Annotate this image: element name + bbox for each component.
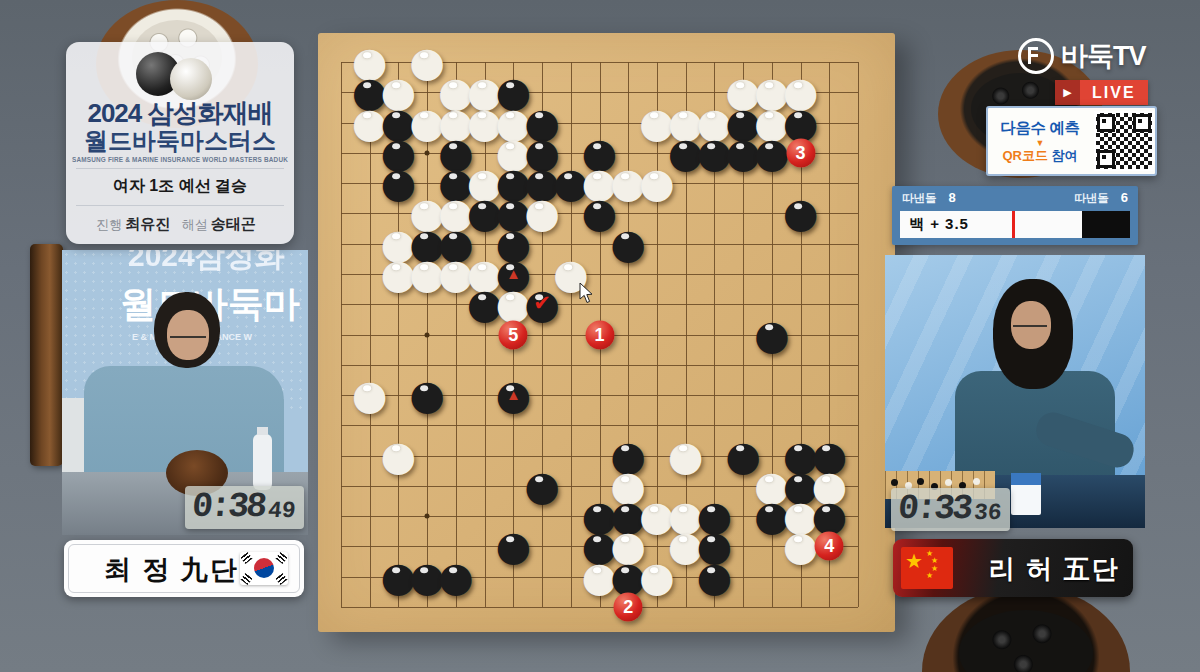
go-board: ●●●●●●●●●●●●●●●●●●●●●●●●●●●●●●●●●●●●●●●●… <box>318 33 895 632</box>
taegeuk-icon <box>254 558 274 578</box>
tournament-title-line1: 2024 삼성화재배 <box>66 100 294 127</box>
captures-right-group: 따낸돌6 <box>1074 190 1128 206</box>
round-title: 여자 1조 예선 결승 <box>66 174 294 200</box>
commentator-name: 송태곤 <box>211 215 256 232</box>
broadcast-screen: ●●●●●●●●●●●●●●●●●●●●●●●●●●●●●●●●●●●●●●●●… <box>0 0 1200 672</box>
banner-line1: 2024삼성화 <box>128 250 285 277</box>
score-midline <box>1012 211 1015 238</box>
black-stone: ● <box>783 194 819 235</box>
left-player-clock: 0:38 49 <box>185 486 304 529</box>
down-arrow-icon: ▼ <box>988 139 1092 147</box>
left-player-nameplate: 최 정 九단 <box>64 540 304 597</box>
left-clock-seconds: 49 <box>267 498 297 524</box>
captures-left-count: 8 <box>949 190 956 205</box>
triangle-marker: ▲ <box>506 265 521 282</box>
host-label: 진행 <box>96 217 122 232</box>
logo-stones-icon <box>66 42 294 100</box>
mouse-cursor <box>579 283 594 308</box>
captures-left-group: 따낸돌8 <box>902 190 956 206</box>
score-estimate-text: 백 + 3.5 <box>900 215 969 234</box>
commentator-label: 해설 <box>182 217 208 232</box>
right-clock-seconds: 36 <box>973 500 1003 526</box>
live-badge: ▶ LIVE <box>1055 80 1148 105</box>
qr-code <box>1094 111 1154 171</box>
baduktv-logo-icon <box>1018 38 1054 74</box>
move-prediction-marker-4: 4 <box>815 532 844 561</box>
black-stone: ● <box>696 557 732 598</box>
black-stone: ● <box>524 466 560 507</box>
left-clock-time: 0:38 <box>190 487 266 527</box>
star-point <box>425 332 430 337</box>
right-player-nameplate: ★★★★★ 리 허 五단 <box>893 539 1133 597</box>
black-stone: ● <box>754 315 790 356</box>
check-marker: ✔ <box>533 291 551 315</box>
right-player-name: 리 허 五단 <box>989 552 1119 587</box>
channel-logo: 바둑TV <box>1018 38 1146 74</box>
black-stone: ● <box>438 557 474 598</box>
bottom-stone-bowl <box>922 586 1130 672</box>
live-label: LIVE <box>1080 80 1148 105</box>
triangle-marker: ▲ <box>506 386 521 403</box>
studio-table-edge <box>30 244 63 466</box>
white-stone: ● <box>639 163 675 204</box>
right-player-glasses <box>1013 325 1047 335</box>
black-stone: ● <box>409 375 445 416</box>
white-stone: ● <box>783 527 819 568</box>
black-stone: ● <box>754 133 790 174</box>
white-stone: ● <box>352 375 388 416</box>
move-prediction-marker-5: 5 <box>499 320 528 349</box>
white-stone: ● <box>639 557 675 598</box>
star-point <box>425 514 430 519</box>
right-player-clock: 0:33 36 <box>891 488 1010 531</box>
channel-name: 바둑TV <box>1061 38 1146 74</box>
tournament-subtitle: SAMSUNG FIRE & MARINE INSURANCE WORLD MA… <box>66 156 294 163</box>
tournament-card: 2024 삼성화재배 월드바둑마스터스 SAMSUNG FIRE & MARIN… <box>66 42 294 244</box>
water-bottle <box>253 434 272 490</box>
join-label: 참여 <box>1052 148 1078 163</box>
left-player-face <box>167 310 209 360</box>
score-panel: 따낸돌8 따낸돌6 백 + 3.5 <box>892 186 1138 245</box>
white-stone: ● <box>381 436 417 477</box>
staff-line: 진행최유진 해설송태곤 <box>66 211 294 234</box>
next-move-prediction-panel: 다음수 예측 ▼ QR코드 참여 <box>986 106 1157 176</box>
left-player-name: 최 정 九단 <box>104 552 239 588</box>
black-stone: ● <box>610 224 646 265</box>
prediction-title: 다음수 예측 <box>988 118 1092 139</box>
table-placard <box>1011 473 1041 515</box>
captures-right-count: 6 <box>1121 190 1128 205</box>
move-prediction-marker-2: 2 <box>614 593 643 622</box>
captures-label-left: 따낸돌 <box>902 192 937 204</box>
grid-line <box>858 62 859 607</box>
live-play-icon: ▶ <box>1055 80 1080 105</box>
captures-label-right: 따낸돌 <box>1074 192 1109 204</box>
table-go-stones <box>891 479 898 486</box>
grid-line <box>341 607 858 608</box>
star-point <box>425 150 430 155</box>
south-korea-flag-icon <box>240 552 288 585</box>
grid-line <box>341 365 858 366</box>
qr-label: QR코드 <box>1002 148 1048 163</box>
right-clock-time: 0:33 <box>896 489 972 529</box>
host-name: 최유진 <box>125 215 170 232</box>
left-player-glasses <box>170 336 206 346</box>
white-globe-icon <box>170 58 212 100</box>
grid-line <box>341 456 858 457</box>
move-prediction-marker-1: 1 <box>585 320 614 349</box>
white-score-segment: 백 + 3.5 <box>900 211 1082 238</box>
black-stone: ● <box>495 527 531 568</box>
move-prediction-marker-3: 3 <box>786 138 815 167</box>
grid-line <box>341 425 858 426</box>
tournament-title-line2: 월드바둑마스터스 <box>66 127 294 155</box>
china-flag-icon: ★★★★★ <box>901 547 953 589</box>
go-board-grid: ●●●●●●●●●●●●●●●●●●●●●●●●●●●●●●●●●●●●●●●●… <box>341 62 858 607</box>
score-estimate-bar: 백 + 3.5 <box>900 211 1130 238</box>
white-stone: ● <box>668 436 704 477</box>
